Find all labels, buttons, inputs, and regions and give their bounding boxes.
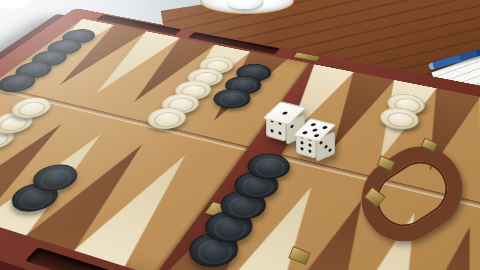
point-near-7[interactable] <box>162 169 288 270</box>
point-near-5[interactable] <box>26 139 164 251</box>
die-2[interactable] <box>295 117 341 165</box>
black-checker[interactable] <box>197 206 259 248</box>
backgammon-game-screenshot <box>0 0 480 270</box>
black-checker[interactable] <box>24 161 86 196</box>
point-near-8[interactable] <box>216 181 336 270</box>
black-checker[interactable] <box>180 228 245 270</box>
black-checker[interactable] <box>241 150 296 184</box>
black-checker[interactable] <box>2 179 67 217</box>
brass-hinge-icon <box>204 201 241 221</box>
black-checker[interactable] <box>227 167 284 203</box>
point-near-6[interactable] <box>74 150 208 267</box>
